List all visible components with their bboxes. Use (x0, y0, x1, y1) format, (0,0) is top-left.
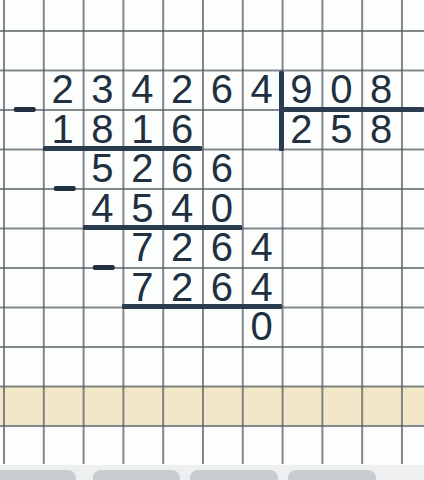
divisor-underline (282, 107, 424, 112)
digit-cell-r4-c4: 6 (162, 149, 202, 189)
digit-cell-r6-c3: 7 (122, 228, 162, 268)
digit-cell-r3-c1: 1 (43, 109, 83, 149)
keyboard-key-2[interactable] (93, 470, 180, 480)
digit-cell-r4-c5: 6 (202, 149, 242, 189)
digit-cell-r7-c6: 4 (242, 267, 282, 307)
digit-cell-r2-c3: 4 (122, 70, 162, 110)
keyboard-strip (0, 465, 424, 480)
digit-cell-r3-c7: 2 (282, 109, 322, 149)
digit-cell-r2-c8: 0 (321, 70, 361, 110)
highlight-band (0, 386, 424, 426)
digit-cell-r5-c3: 5 (122, 188, 162, 228)
keyboard-key-4[interactable] (288, 470, 376, 480)
digit-cell-r2-c4: 2 (162, 70, 202, 110)
digit-cell-r4-c3: 2 (122, 149, 162, 189)
digit-cell-r8-c6: 0 (242, 307, 282, 347)
digit-cell-r2-c9: 8 (361, 70, 401, 110)
digit-cell-r2-c7: 9 (282, 70, 322, 110)
digit-cell-r3-c9: 8 (361, 109, 401, 149)
minus-sign (83, 228, 123, 268)
minus-sign (3, 70, 43, 110)
digit-cell-r6-c6: 4 (242, 228, 282, 268)
digit-cell-r2-c1: 2 (43, 70, 83, 110)
minus-sign (43, 149, 83, 189)
digit-cell-r7-c3: 7 (122, 267, 162, 307)
digit-cell-r6-c4: 2 (162, 228, 202, 268)
underline-1816 (43, 146, 202, 151)
digit-cell-r5-c5: 0 (202, 188, 242, 228)
squared-paper-notebook: 234264908181625852664540726472640 (0, 0, 424, 480)
digit-cell-r7-c4: 2 (162, 267, 202, 307)
minus-dash (93, 265, 115, 270)
underline-4540 (83, 225, 242, 230)
digit-cell-r2-c2: 3 (83, 70, 123, 110)
digit-cell-r3-c4: 6 (162, 109, 202, 149)
minus-dash (53, 186, 75, 191)
digit-cell-r6-c5: 6 (202, 228, 242, 268)
digit-cell-r3-c2: 8 (83, 109, 123, 149)
digit-cell-r5-c2: 4 (83, 188, 123, 228)
underline-7264 (122, 304, 281, 309)
digit-cell-r2-c5: 6 (202, 70, 242, 110)
keyboard-key-3[interactable] (190, 470, 278, 480)
digit-cell-r3-c3: 1 (122, 109, 162, 149)
digit-cell-r2-c6: 4 (242, 70, 282, 110)
digit-cell-r7-c5: 6 (202, 267, 242, 307)
keyboard-key-1[interactable] (0, 470, 76, 480)
digit-cell-r5-c4: 4 (162, 188, 202, 228)
keyboard-key-5[interactable] (386, 470, 424, 480)
digit-cell-r3-c8: 5 (321, 109, 361, 149)
minus-dash (14, 107, 36, 112)
digit-cell-r4-c2: 5 (83, 149, 123, 189)
